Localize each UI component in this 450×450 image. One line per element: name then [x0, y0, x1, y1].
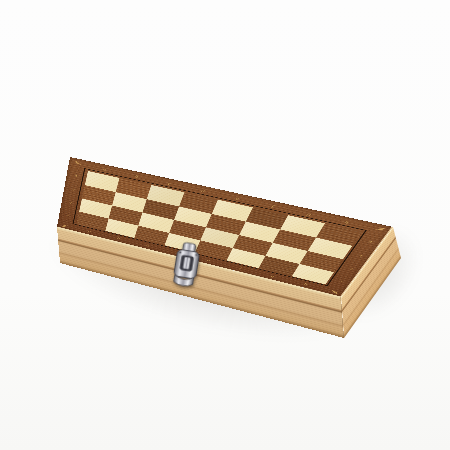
corner-ornament-top-left-icon [74, 160, 82, 165]
product-photo: aabbccddeeffgghh11223344 [0, 0, 450, 450]
corner-ornament-top-right-icon [374, 226, 386, 232]
clasp-latch-icon [163, 239, 210, 291]
